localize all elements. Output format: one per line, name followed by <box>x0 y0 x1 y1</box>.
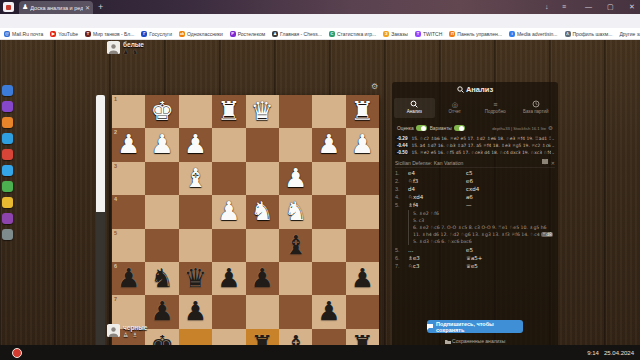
black-move[interactable]: e5 <box>466 246 524 254</box>
piece-black-pawn[interactable]: ♟ <box>112 262 145 295</box>
square-a3[interactable] <box>346 162 379 195</box>
move-number: 6. <box>395 254 408 262</box>
bookmark-item[interactable]: TTWITCH <box>415 31 442 37</box>
square-d6[interactable]: ♟ <box>246 262 279 295</box>
move-number: 5. <box>395 246 408 254</box>
square-c4[interactable]: ♞ <box>279 195 312 228</box>
white-move[interactable]: … <box>408 246 466 254</box>
tab-label: Подробно <box>485 109 506 114</box>
engine-line[interactable]: -0.5015. ♕e2 e5 16. ♘f5 d5 17. ♘ce3 d4 1… <box>395 149 555 156</box>
browser-side-panel <box>2 85 13 240</box>
bookmark-item[interactable]: ▶YouTube <box>50 31 78 37</box>
square-b4[interactable] <box>312 195 345 228</box>
black-move[interactable]: — <box>466 201 524 209</box>
piece-black-pawn[interactable]: ♟ <box>346 262 379 295</box>
subscribe-button[interactable]: Подпишитесь, чтобы сохранять <box>427 320 523 333</box>
rank-label: 4 <box>114 196 117 202</box>
square-a2[interactable]: ♟ <box>346 128 379 161</box>
move-number: 7. <box>395 262 408 270</box>
piece-black-knight[interactable]: ♞ <box>145 262 178 295</box>
move-number: 2. <box>395 177 408 185</box>
move-row: 1.e4c5 <box>395 169 555 177</box>
square-c3[interactable]: ♟ <box>279 162 312 195</box>
engine-settings-gear-icon[interactable]: ⚙ <box>548 125 553 131</box>
white-captured-pieces: ♟ ♞ <box>123 48 139 55</box>
move-number: 1. <box>395 169 408 177</box>
square-d5[interactable] <box>246 229 279 262</box>
variations-block: 5. ♗e2 ♘f65. c36. ♗e2 ♘c6 7. O-O ♗c5 8. … <box>408 210 555 245</box>
status-date: 25.04.2024 <box>604 350 634 356</box>
rank-label: 1 <box>114 96 117 102</box>
white-move[interactable]: ♘xd4 <box>408 193 466 201</box>
square-h3[interactable]: 3 <box>112 162 145 195</box>
timestamp: 9:14 25.04.2024 <box>587 350 634 356</box>
sidebar-service-icon[interactable] <box>2 165 13 176</box>
bookmark-item[interactable]: ♟Главная - Chess... <box>272 31 322 37</box>
engine-moves: 15. ♕e2 e5 16. ♘f5 d5 17. ♘ce3 d4 18. ♘c… <box>411 150 551 155</box>
bookmark-favicon-icon: T <box>415 31 421 37</box>
square-g4[interactable] <box>145 195 178 228</box>
engine-options-row: Оценка Варианты depth=33 | Stockfish 16.… <box>397 123 553 133</box>
piece-white-rook[interactable]: ♜ <box>346 95 379 128</box>
white-player-avatar[interactable] <box>107 41 120 54</box>
expand-line-icon[interactable]: ⌄ <box>551 150 555 155</box>
tab-favicon-pawn-icon: ♟ <box>22 4 28 11</box>
browser-menu-icon[interactable]: ≡ <box>562 2 566 12</box>
evaluation-bar-white-segment <box>96 95 105 212</box>
move-row: 5.…e5 <box>395 246 555 254</box>
bookmark-favicon-icon: @ <box>4 31 10 37</box>
record-indicator-icon <box>12 348 22 358</box>
bookmark-favicon-icon: П <box>449 31 455 37</box>
current-move[interactable]: ♖d8 <box>541 232 553 237</box>
square-d4[interactable]: ♞ <box>246 195 279 228</box>
engine-lines: -0.2915. ♘c2 ♗b6 16. ♕e2 e5 17. ♗d2 ♗e6 … <box>395 135 555 156</box>
bookmark-favicon-icon: З <box>383 31 389 37</box>
square-c6[interactable] <box>279 262 312 295</box>
white-move[interactable]: ♗f4 <box>408 201 466 209</box>
square-h2[interactable]: 2♟ <box>112 128 145 161</box>
piece-white-king[interactable]: ♚ <box>145 95 178 128</box>
sidebar-service-icon[interactable] <box>2 133 13 144</box>
bookmark-favicon-icon: Р <box>230 31 236 37</box>
bookmark-favicon-icon: ♙ <box>565 31 571 37</box>
square-e4[interactable]: ♟ <box>212 195 245 228</box>
bookmark-item[interactable]: ♙Профиль шахм... <box>565 31 613 37</box>
variation-line[interactable]: 6. ♗e2 ♘c6 7. O-O ♗c5 8. c3 O-O 9. ♖e1 ♘… <box>413 224 555 238</box>
rank-label: 5 <box>114 230 117 236</box>
square-b1[interactable] <box>312 95 345 128</box>
engine-info: depth=33 | Stockfish 16.1 lite <box>492 126 546 131</box>
square-b7[interactable]: ♟ <box>312 295 345 328</box>
expand-line-icon[interactable]: ⌄ <box>551 143 555 148</box>
bookmark-item[interactable]: ССтатистика игр... <box>329 31 376 37</box>
square-b3[interactable] <box>312 162 345 195</box>
other-bookmarks-button[interactable]: Другие закладки <box>619 31 640 37</box>
list-icon: ≡ <box>475 100 516 109</box>
square-h6[interactable]: 6♟ <box>112 262 145 295</box>
rank-label: 7 <box>114 296 117 302</box>
bookmark-item[interactable]: ЗЗаказы <box>383 31 408 37</box>
black-player-name[interactable]: черные <box>123 324 147 331</box>
black-move[interactable]: c5 <box>466 169 524 177</box>
move-list: 1.e4c52.♘f3e63.d4cxd44.♘xd4a65.♗f4—5. ♗e… <box>395 169 555 270</box>
bookmark-label: Мир танков - Бл... <box>93 31 134 37</box>
square-a7[interactable] <box>346 295 379 328</box>
saved-analyses-label: Сохраненные анализы <box>452 338 505 344</box>
engine-eval: -0.29 <box>395 136 409 141</box>
square-b5[interactable] <box>312 229 345 262</box>
piece-black-pawn[interactable]: ♟ <box>179 295 212 328</box>
black-move[interactable]: ♕a5+ <box>466 254 524 262</box>
move-row: 3.d4cxd4 <box>395 185 555 193</box>
piece-white-bishop[interactable]: ♝ <box>179 162 212 195</box>
bookmark-item[interactable]: ТМир танков - Бл... <box>85 31 134 37</box>
bookmark-label: Профиль шахм... <box>573 31 613 37</box>
piece-white-knight[interactable]: ♞ <box>246 195 279 228</box>
square-g5[interactable] <box>145 229 178 262</box>
move-row: 7.♘c3♕e5 <box>395 262 555 270</box>
square-g3[interactable] <box>145 162 178 195</box>
variation-line[interactable]: 5. ♗e2 ♘f6 <box>413 210 555 217</box>
square-h1[interactable]: 1 <box>112 95 145 128</box>
bookmark-item[interactable]: ППанель управлен... <box>449 31 502 37</box>
white-move[interactable]: d4 <box>408 185 466 193</box>
square-f3[interactable]: ♝ <box>179 162 212 195</box>
square-g2[interactable]: ♟ <box>145 128 178 161</box>
square-g1[interactable]: ♚ <box>145 95 178 128</box>
bookmark-label: Ростелеком <box>238 31 265 37</box>
analysis-panel: Анализ Анализ ◎ Отчет ≡ Подробно База па… <box>392 82 558 360</box>
tab-game-database[interactable]: База партий <box>516 98 557 118</box>
engine-line[interactable]: -0.4415. a4 ♗d7 16. ♘b3 ♗a7 17. a5 ♕f4 1… <box>395 142 555 149</box>
opening-name[interactable]: Sicilian Defense: Kan Variation <box>395 160 539 166</box>
white-move[interactable]: ♗e3 <box>408 254 466 262</box>
piece-white-pawn[interactable]: ♟ <box>346 128 379 161</box>
square-c2[interactable] <box>279 128 312 161</box>
bookmarks-list: @Mail.Ru почта▶YouTubeТМир танков - Бл..… <box>4 31 619 37</box>
bookmark-label: Панель управлен... <box>457 31 502 37</box>
bookmark-favicon-icon: ▶ <box>50 31 56 37</box>
sidebar-service-icon[interactable] <box>2 181 13 192</box>
square-f5[interactable] <box>179 229 212 262</box>
panel-tabs: Анализ ◎ Отчет ≡ Подробно База партий <box>394 98 556 118</box>
panel-title: Анализ <box>466 85 493 94</box>
black-captured-pieces: ♙ ♗ <box>123 331 139 338</box>
bookmark-label: Одноклассники <box>187 31 223 37</box>
eval-toggle[interactable] <box>416 125 427 131</box>
evaluation-bar: -0.3 <box>96 95 105 360</box>
piece-black-pawn[interactable]: ♟ <box>145 295 178 328</box>
search-icon <box>457 86 464 93</box>
tab-details[interactable]: ≡ Подробно <box>475 98 516 118</box>
engine-eval: -0.50 <box>395 150 409 155</box>
piece-black-pawn[interactable]: ♟ <box>246 262 279 295</box>
move-row: 2.♘f3e6 <box>395 177 555 185</box>
piece-white-pawn[interactable]: ♟ <box>312 128 345 161</box>
bookmark-label: Статистика игр... <box>337 31 376 37</box>
piece-white-pawn[interactable]: ♟ <box>279 162 312 195</box>
piece-white-knight[interactable]: ♞ <box>279 195 312 228</box>
target-icon: ◎ <box>435 100 476 109</box>
chess-board: 1♚♜♛♜2♟♟♟♟♟3♝♟4♟♞♞5♝6♟♞♛♟♟♟7♟♟♟8hg♚fed♜c… <box>112 95 379 360</box>
piece-black-pawn[interactable]: ♟ <box>312 295 345 328</box>
bookmark-item[interactable]: okОдноклассники <box>179 31 223 37</box>
square-b2[interactable]: ♟ <box>312 128 345 161</box>
move-number: 4. <box>395 193 408 201</box>
square-f4[interactable] <box>179 195 212 228</box>
bookmark-label: Заказы <box>391 31 408 37</box>
browser-tab-bar: ♟ Доска анализа и ред... ✕ + ↓ ≡ — ▢ ✕ <box>0 0 640 14</box>
bookmark-item[interactable]: ГГосуслуги <box>141 31 172 37</box>
new-tab-button[interactable]: + <box>98 3 103 12</box>
sidebar-service-icon[interactable] <box>2 85 13 96</box>
bookmark-item[interactable]: @Mail.Ru почта <box>4 31 43 37</box>
tab-close-icon[interactable]: ✕ <box>85 4 90 11</box>
bookmark-favicon-icon: ♟ <box>272 31 278 37</box>
square-e5[interactable] <box>212 229 245 262</box>
move-row: 6.♗e3♕a5+ <box>395 254 555 262</box>
sidebar-service-icon[interactable] <box>2 149 13 160</box>
tab-label: Отчет <box>449 109 461 114</box>
clock-icon <box>516 100 557 109</box>
move-row: 5.♗f4— <box>395 201 555 209</box>
piece-white-pawn[interactable]: ♟ <box>212 195 245 228</box>
square-c1[interactable] <box>279 95 312 128</box>
bookmark-item[interactable]: iMedia advertisin... <box>509 31 558 37</box>
bookmark-favicon-icon: i <box>509 31 515 37</box>
square-d2[interactable] <box>246 128 279 161</box>
move-number: 5. <box>395 201 408 209</box>
piece-black-bishop[interactable]: ♝ <box>279 229 312 262</box>
browser-logo-icon[interactable] <box>3 2 14 12</box>
bookmark-label: Госуслуги <box>149 31 172 37</box>
bookmark-label: Mail.Ru почта <box>12 31 43 37</box>
square-e6[interactable]: ♟ <box>212 262 245 295</box>
square-g7[interactable]: ♟ <box>145 295 178 328</box>
bookmark-favicon-icon: Т <box>85 31 91 37</box>
black-move[interactable]: a6 <box>466 193 524 201</box>
bookmark-item[interactable]: РРостелеком <box>230 31 265 37</box>
engine-moves: 15. a4 ♗d7 16. ♘b3 ♗a7 17. a5 ♕f4 18. ♗e… <box>411 143 551 148</box>
square-f2[interactable]: ♟ <box>179 128 212 161</box>
engine-line[interactable]: -0.2915. ♘c2 ♗b6 16. ♕e2 e5 17. ♗d2 ♗e6 … <box>395 135 555 142</box>
square-a1[interactable]: ♜ <box>346 95 379 128</box>
page-background: белые ♟ ♞ -0.3 1♚♜♛♜2♟♟♟♟♟3♝♟4♟♞♞5♝6♟♞♛♟… <box>0 40 640 345</box>
status-time: 9:14 <box>587 350 599 356</box>
square-f6[interactable]: ♛ <box>179 262 212 295</box>
square-a4[interactable] <box>346 195 379 228</box>
white-move[interactable]: e4 <box>408 169 466 177</box>
square-h4[interactable]: 4 <box>112 195 145 228</box>
move-row: 4.♘xd4a6 <box>395 193 555 201</box>
piece-black-pawn[interactable]: ♟ <box>212 262 245 295</box>
square-e7[interactable] <box>212 295 245 328</box>
tab-analysis[interactable]: Анализ <box>394 98 435 118</box>
square-d7[interactable] <box>246 295 279 328</box>
square-e1[interactable]: ♜ <box>212 95 245 128</box>
variation-line[interactable]: 5. ♗d3 ♘c6 6. ♘xc6 bxc6 <box>413 238 555 245</box>
piece-white-pawn[interactable]: ♟ <box>112 128 145 161</box>
bookmark-label: YouTube <box>58 31 78 37</box>
folder-icon <box>445 339 451 344</box>
square-f7[interactable]: ♟ <box>179 295 212 328</box>
black-player-avatar[interactable] <box>107 324 120 337</box>
sidebar-service-icon[interactable] <box>2 117 13 128</box>
square-c7[interactable] <box>279 295 312 328</box>
square-h5[interactable]: 5 <box>112 229 145 262</box>
piece-white-pawn[interactable]: ♟ <box>179 128 212 161</box>
bookmark-label: Media advertisin... <box>517 31 558 37</box>
expand-line-icon[interactable]: ⌄ <box>551 136 555 141</box>
browser-tab[interactable]: ♟ Доска анализа и ред... ✕ <box>19 1 93 14</box>
square-a5[interactable] <box>346 229 379 262</box>
opening-row: Sicilian Defense: Kan Variation ✕ <box>395 158 555 168</box>
square-d3[interactable] <box>246 162 279 195</box>
white-move[interactable]: ♘c3 <box>408 262 466 270</box>
bookmark-favicon-icon: ok <box>179 31 185 37</box>
rank-label: 3 <box>114 163 117 169</box>
bookmark-label: Главная - Chess... <box>280 31 322 37</box>
status-bar: 9:14 25.04.2024 <box>0 345 640 360</box>
square-f1[interactable] <box>179 95 212 128</box>
square-d1[interactable]: ♛ <box>246 95 279 128</box>
saved-analyses-link[interactable]: Сохраненные анализы <box>392 338 558 344</box>
tab-label: База партий <box>523 109 549 114</box>
screen: ♟ Доска анализа и ред... ✕ + ↓ ≡ — ▢ ✕ ←… <box>0 0 640 360</box>
tab-label: Анализ <box>407 109 422 114</box>
address-bar: ← ⟳ ♟ www.chess.com Доска анализа и реда… <box>0 14 640 29</box>
eval-toggle-label: Оценка <box>397 126 414 131</box>
bookmark-favicon-icon: Г <box>141 31 147 37</box>
black-move[interactable]: cxd4 <box>466 185 524 193</box>
sidebar-service-icon[interactable] <box>2 101 13 112</box>
tab-report[interactable]: ◎ Отчет <box>435 98 476 118</box>
piece-white-rook[interactable]: ♜ <box>212 95 245 128</box>
black-move[interactable]: e6 <box>466 177 524 185</box>
variation-line[interactable]: 5. c3 <box>413 217 555 224</box>
lines-toggle-label: Варианты <box>430 126 452 131</box>
square-e2[interactable] <box>212 128 245 161</box>
search-icon <box>394 100 435 109</box>
square-c5[interactable]: ♝ <box>279 229 312 262</box>
tab-title: Доска анализа и ред... <box>30 5 83 11</box>
sidebar-service-icon[interactable] <box>2 213 13 224</box>
variation-moves: 6. ♗e2 ♘c6 7. O-O ♗c5 8. c3 O-O 9. ♖e1 ♘… <box>413 225 547 237</box>
white-player-name[interactable]: белые <box>123 41 144 48</box>
book-icon[interactable] <box>542 159 548 166</box>
engine-eval: -0.44 <box>395 143 409 148</box>
sidebar-service-icon[interactable] <box>2 197 13 208</box>
piece-white-queen[interactable]: ♛ <box>246 95 279 128</box>
square-b6[interactable] <box>312 262 345 295</box>
square-e3[interactable] <box>212 162 245 195</box>
lines-toggle[interactable] <box>454 125 465 131</box>
minimize-button[interactable]: — <box>585 2 592 12</box>
board-settings-gear-icon[interactable]: ⚙ <box>371 82 378 91</box>
white-move[interactable]: ♘f3 <box>408 177 466 185</box>
square-g6[interactable]: ♞ <box>145 262 178 295</box>
close-button[interactable]: ✕ <box>629 2 635 12</box>
close-opening-icon[interactable]: ✕ <box>551 160 555 166</box>
move-number: 3. <box>395 185 408 193</box>
piece-white-pawn[interactable]: ♟ <box>145 128 178 161</box>
bookmark-label: TWITCH <box>423 31 442 37</box>
square-a6[interactable]: ♟ <box>346 262 379 295</box>
sidebar-service-icon[interactable] <box>2 229 13 240</box>
black-move[interactable]: ♕e5 <box>466 262 524 270</box>
piece-black-queen[interactable]: ♛ <box>179 262 212 295</box>
bookmark-favicon-icon: С <box>329 31 335 37</box>
chat-bubble-icon <box>427 324 433 330</box>
panel-title-row: Анализ <box>392 85 558 94</box>
subscribe-button-label: Подпишитесь, чтобы сохранять <box>436 321 523 333</box>
engine-moves: 15. ♘c2 ♗b6 16. ♕e2 e5 17. ♗d2 ♗e6 18. ♘… <box>411 136 551 141</box>
download-icon[interactable]: ↓ <box>545 2 549 12</box>
maximize-button[interactable]: ▢ <box>607 2 614 12</box>
bookmarks-bar: @Mail.Ru почта▶YouTubeТМир танков - Бл..… <box>0 28 640 40</box>
